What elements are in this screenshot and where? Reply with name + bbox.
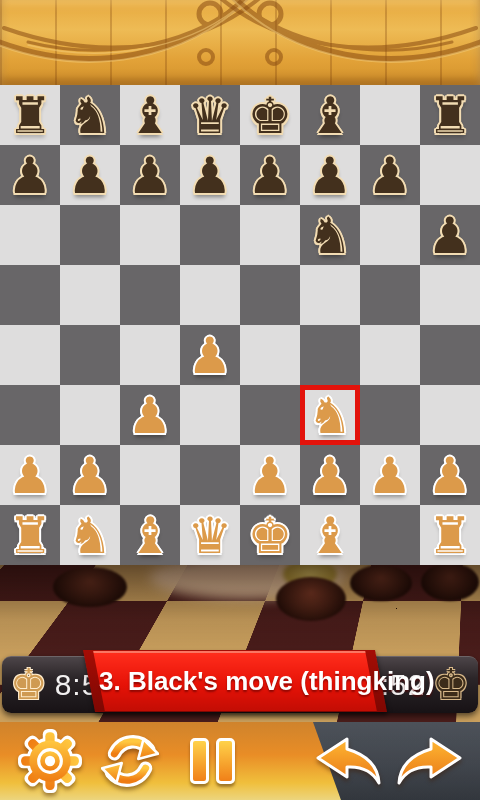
- square-f1[interactable]: ♝: [300, 505, 360, 565]
- square-g1[interactable]: [360, 505, 420, 565]
- square-h1[interactable]: ♜: [420, 505, 480, 565]
- pause-icon: [190, 738, 209, 784]
- square-d6[interactable]: [180, 205, 240, 265]
- wood-carved-banner: [0, 0, 480, 85]
- pause-icon: [216, 738, 235, 784]
- chess-board[interactable]: ♜♞♝♛♚♝♜♟♟♟♟♟♟♟♞♟♟♟♞♟♟♟♟♟♟♜♞♝♛♚♝♜: [0, 85, 480, 565]
- square-b6[interactable]: [60, 205, 120, 265]
- square-b2[interactable]: ♟: [60, 445, 120, 505]
- square-d2[interactable]: [180, 445, 240, 505]
- white-queen[interactable]: ♛: [180, 505, 240, 565]
- square-a8[interactable]: ♜: [0, 85, 60, 145]
- square-e8[interactable]: ♚: [240, 85, 300, 145]
- white-pawn[interactable]: ♟: [420, 445, 480, 505]
- black-king-icon: ♚: [432, 659, 470, 711]
- white-knight[interactable]: ♞: [300, 385, 360, 445]
- undo-arrow-icon: [313, 736, 383, 786]
- square-b4[interactable]: [60, 325, 120, 385]
- square-b8[interactable]: ♞: [60, 85, 120, 145]
- square-h5[interactable]: [420, 265, 480, 325]
- square-g5[interactable]: [360, 265, 420, 325]
- white-rook[interactable]: ♜: [0, 505, 60, 565]
- square-e4[interactable]: [240, 325, 300, 385]
- square-e1[interactable]: ♚: [240, 505, 300, 565]
- black-pawn[interactable]: ♟: [180, 145, 240, 205]
- square-d3[interactable]: [180, 385, 240, 445]
- square-c6[interactable]: [120, 205, 180, 265]
- white-king-icon: ♚: [10, 659, 48, 711]
- black-queen[interactable]: ♛: [180, 85, 240, 145]
- square-h4[interactable]: [420, 325, 480, 385]
- square-a3[interactable]: [0, 385, 60, 445]
- black-bishop[interactable]: ♝: [120, 85, 180, 145]
- square-f3[interactable]: ♞: [300, 385, 360, 445]
- black-knight[interactable]: ♞: [60, 85, 120, 145]
- white-pawn[interactable]: ♟: [60, 445, 120, 505]
- square-a1[interactable]: ♜: [0, 505, 60, 565]
- black-pawn[interactable]: ♟: [0, 145, 60, 205]
- white-king[interactable]: ♚: [240, 505, 300, 565]
- square-g6[interactable]: [360, 205, 420, 265]
- chess-app-screen: ♜♞♝♛♚♝♜♟♟♟♟♟♟♟♞♟♟♟♞♟♟♟♟♟♟♜♞♝♛♚♝♜ ♚ 8:52 …: [0, 0, 480, 800]
- white-pawn[interactable]: ♟: [360, 445, 420, 505]
- pause-button[interactable]: [184, 722, 240, 800]
- flip-board-button[interactable]: [100, 722, 160, 800]
- square-h6[interactable]: ♟: [420, 205, 480, 265]
- square-e3[interactable]: [240, 385, 300, 445]
- square-f5[interactable]: [300, 265, 360, 325]
- white-rook[interactable]: ♜: [420, 505, 480, 565]
- square-b3[interactable]: [60, 385, 120, 445]
- black-pawn[interactable]: ♟: [120, 145, 180, 205]
- black-pawn[interactable]: ♟: [60, 145, 120, 205]
- black-bishop[interactable]: ♝: [300, 85, 360, 145]
- square-a5[interactable]: [0, 265, 60, 325]
- square-g2[interactable]: ♟: [360, 445, 420, 505]
- square-d4[interactable]: ♟: [180, 325, 240, 385]
- square-c5[interactable]: [120, 265, 180, 325]
- square-a2[interactable]: ♟: [0, 445, 60, 505]
- black-pawn[interactable]: ♟: [360, 145, 420, 205]
- square-e2[interactable]: ♟: [240, 445, 300, 505]
- square-e5[interactable]: [240, 265, 300, 325]
- square-d8[interactable]: ♛: [180, 85, 240, 145]
- square-f7[interactable]: ♟: [300, 145, 360, 205]
- white-pawn[interactable]: ♟: [0, 445, 60, 505]
- square-d7[interactable]: ♟: [180, 145, 240, 205]
- black-pawn[interactable]: ♟: [300, 145, 360, 205]
- redo-button[interactable]: [394, 722, 466, 800]
- move-status-text: 3. Black's move (thingking): [99, 653, 371, 709]
- square-a4[interactable]: [0, 325, 60, 385]
- square-b5[interactable]: [60, 265, 120, 325]
- square-h7[interactable]: [420, 145, 480, 205]
- redo-arrow-icon: [395, 736, 465, 786]
- square-h2[interactable]: ♟: [420, 445, 480, 505]
- square-b1[interactable]: ♞: [60, 505, 120, 565]
- white-pawn[interactable]: ♟: [300, 445, 360, 505]
- square-g8[interactable]: [360, 85, 420, 145]
- undo-button[interactable]: [312, 722, 384, 800]
- square-g3[interactable]: [360, 385, 420, 445]
- black-knight[interactable]: ♞: [300, 205, 360, 265]
- square-b7[interactable]: ♟: [60, 145, 120, 205]
- gear-icon: [17, 728, 83, 794]
- square-d1[interactable]: ♛: [180, 505, 240, 565]
- flourish-ornament-icon: [0, 0, 480, 85]
- square-c4[interactable]: [120, 325, 180, 385]
- square-c8[interactable]: ♝: [120, 85, 180, 145]
- black-rook[interactable]: ♜: [420, 85, 480, 145]
- bottom-toolbar: [0, 722, 480, 800]
- square-f2[interactable]: ♟: [300, 445, 360, 505]
- white-pawn[interactable]: ♟: [240, 445, 300, 505]
- white-pawn[interactable]: ♟: [180, 325, 240, 385]
- square-e7[interactable]: ♟: [240, 145, 300, 205]
- white-bishop[interactable]: ♝: [120, 505, 180, 565]
- square-c7[interactable]: ♟: [120, 145, 180, 205]
- black-king[interactable]: ♚: [240, 85, 300, 145]
- white-pawn[interactable]: ♟: [120, 385, 180, 445]
- square-g4[interactable]: [360, 325, 420, 385]
- square-d5[interactable]: [180, 265, 240, 325]
- refresh-icon: [101, 732, 159, 790]
- square-a7[interactable]: ♟: [0, 145, 60, 205]
- square-c2[interactable]: [120, 445, 180, 505]
- settings-button[interactable]: [16, 722, 84, 800]
- square-h3[interactable]: [420, 385, 480, 445]
- move-banner: 3. Black's move (thingking): [93, 651, 377, 711]
- white-bishop[interactable]: ♝: [300, 505, 360, 565]
- square-g7[interactable]: ♟: [360, 145, 420, 205]
- square-c1[interactable]: ♝: [120, 505, 180, 565]
- square-f4[interactable]: [300, 325, 360, 385]
- black-pawn[interactable]: ♟: [240, 145, 300, 205]
- square-h8[interactable]: ♜: [420, 85, 480, 145]
- white-knight[interactable]: ♞: [60, 505, 120, 565]
- black-rook[interactable]: ♜: [0, 85, 60, 145]
- square-f6[interactable]: ♞: [300, 205, 360, 265]
- square-a6[interactable]: [0, 205, 60, 265]
- square-c3[interactable]: ♟: [120, 385, 180, 445]
- square-f8[interactable]: ♝: [300, 85, 360, 145]
- square-e6[interactable]: [240, 205, 300, 265]
- black-pawn[interactable]: ♟: [420, 205, 480, 265]
